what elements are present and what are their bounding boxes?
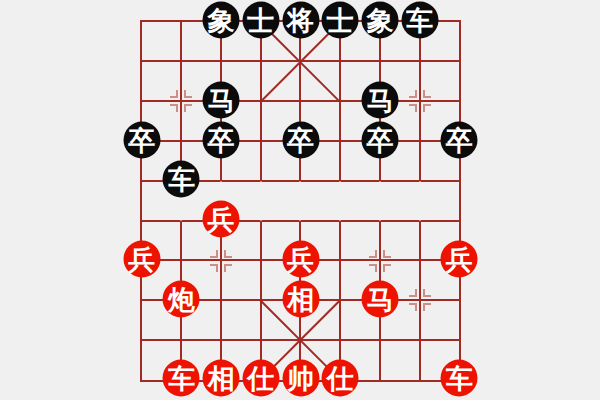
point-marker-corner	[210, 250, 218, 258]
point-marker-corner	[184, 104, 192, 112]
point-marker-corner	[224, 250, 232, 258]
point-marker-corner	[423, 90, 431, 98]
point-marker-corner	[184, 90, 192, 98]
point-marker-corner	[170, 104, 178, 112]
piece-black-chariot[interactable]: 车	[401, 2, 438, 39]
piece-red-soldier[interactable]: 兵	[282, 241, 319, 278]
point-marker-corner	[423, 104, 431, 112]
point-marker-corner	[224, 264, 232, 272]
board-cell	[420, 181, 460, 221]
piece-red-horse[interactable]: 马	[361, 280, 398, 317]
point-marker-corner	[383, 250, 391, 258]
piece-black-soldier[interactable]: 卒	[441, 121, 478, 158]
point-marker-corner	[423, 303, 431, 311]
piece-black-elephant[interactable]: 象	[203, 2, 240, 39]
piece-black-elephant[interactable]: 象	[361, 2, 398, 39]
piece-red-elephant[interactable]: 相	[282, 280, 319, 317]
point-marker	[210, 250, 232, 272]
point-marker	[369, 250, 391, 272]
point-marker-corner	[170, 90, 178, 98]
piece-black-general[interactable]: 将	[282, 2, 319, 39]
board-cell	[142, 22, 182, 62]
point-marker-corner	[369, 250, 377, 258]
piece-red-cannon[interactable]: 炮	[163, 280, 200, 317]
piece-red-soldier[interactable]: 兵	[203, 201, 240, 238]
piece-black-advisor[interactable]: 士	[242, 2, 279, 39]
point-marker-corner	[409, 90, 417, 98]
piece-black-soldier[interactable]: 卒	[361, 121, 398, 158]
piece-black-advisor[interactable]: 士	[322, 2, 359, 39]
point-marker-corner	[409, 104, 417, 112]
piece-black-horse[interactable]: 马	[361, 81, 398, 118]
point-marker-corner	[409, 303, 417, 311]
piece-black-horse[interactable]: 马	[203, 81, 240, 118]
piece-black-soldier[interactable]: 卒	[123, 121, 160, 158]
piece-black-chariot[interactable]: 车	[163, 161, 200, 198]
point-marker	[409, 289, 431, 311]
board-cell	[261, 181, 301, 221]
piece-red-chariot[interactable]: 车	[163, 360, 200, 397]
point-marker	[409, 90, 431, 112]
point-marker-corner	[383, 264, 391, 272]
point-marker-corner	[409, 289, 417, 297]
board-cell	[221, 300, 261, 340]
piece-black-soldier[interactable]: 卒	[203, 121, 240, 158]
piece-red-soldier[interactable]: 兵	[441, 241, 478, 278]
point-marker-corner	[210, 264, 218, 272]
board-cell	[300, 181, 340, 221]
board-cell	[380, 181, 420, 221]
piece-red-elephant[interactable]: 相	[203, 360, 240, 397]
piece-red-general[interactable]: 帅	[282, 360, 319, 397]
board-cell	[380, 340, 420, 380]
point-marker-corner	[423, 289, 431, 297]
board-cell	[340, 181, 380, 221]
piece-red-chariot[interactable]: 车	[441, 360, 478, 397]
piece-red-soldier[interactable]: 兵	[123, 241, 160, 278]
point-marker-corner	[369, 264, 377, 272]
piece-red-advisor[interactable]: 仕	[242, 360, 279, 397]
piece-black-soldier[interactable]: 卒	[282, 121, 319, 158]
xiangqi-board-stage: 象士将士象车马马卒卒卒卒卒车兵兵兵兵炮相马车相仕帅仕车	[0, 0, 600, 400]
piece-red-advisor[interactable]: 仕	[322, 360, 359, 397]
board-grid	[140, 20, 462, 382]
point-marker	[170, 90, 192, 112]
